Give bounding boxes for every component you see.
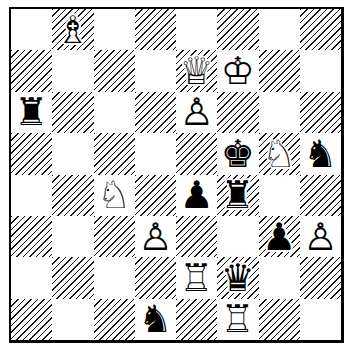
square-h7[interactable] [300, 50, 341, 91]
square-b4[interactable] [52, 175, 93, 216]
square-d3[interactable]: ♟♙ [135, 216, 176, 257]
square-f7[interactable]: ♚♔ [217, 50, 258, 91]
square-d8[interactable] [135, 9, 176, 50]
square-c1[interactable] [94, 299, 135, 340]
white-pawn-d3: ♟♙ [135, 216, 176, 257]
square-d1[interactable]: ♞♞ [135, 299, 176, 340]
piece-glyph: ♟ [176, 175, 217, 216]
piece-glyph: ♜ [11, 92, 52, 133]
white-knight-c4: ♞♘ [94, 175, 135, 216]
square-a8[interactable] [11, 9, 52, 50]
white-king-f7: ♚♔ [217, 50, 258, 91]
square-h5[interactable]: ♞♞ [300, 133, 341, 174]
square-f1[interactable]: ♜♖ [217, 299, 258, 340]
square-d5[interactable] [135, 133, 176, 174]
black-knight-d1: ♞♞ [135, 299, 176, 340]
square-b6[interactable] [52, 92, 93, 133]
black-rook-a6: ♜♜ [11, 92, 52, 133]
piece-glyph: ♛ [217, 257, 258, 298]
square-g6[interactable] [259, 92, 300, 133]
square-f4[interactable]: ♜♜ [217, 175, 258, 216]
white-pawn-e6: ♟♙ [176, 92, 217, 133]
square-f3[interactable] [217, 216, 258, 257]
square-c3[interactable] [94, 216, 135, 257]
piece-glyph: ♙ [176, 92, 217, 133]
black-rook-f4: ♜♜ [217, 175, 258, 216]
square-b5[interactable] [52, 133, 93, 174]
square-c6[interactable] [94, 92, 135, 133]
square-b3[interactable] [52, 216, 93, 257]
square-b1[interactable] [52, 299, 93, 340]
square-f8[interactable] [217, 9, 258, 50]
square-g2[interactable] [259, 257, 300, 298]
piece-glyph: ♖ [217, 299, 258, 340]
square-e4[interactable]: ♟♟ [176, 175, 217, 216]
square-h8[interactable] [300, 9, 341, 50]
white-pawn-h3: ♟♙ [300, 216, 341, 257]
black-pawn-g3: ♟♟ [259, 216, 300, 257]
piece-glyph: ♙ [135, 216, 176, 257]
square-a6[interactable]: ♜♜ [11, 92, 52, 133]
square-a2[interactable] [11, 257, 52, 298]
square-h4[interactable] [300, 175, 341, 216]
piece-glyph: ♞ [300, 133, 341, 174]
square-d7[interactable] [135, 50, 176, 91]
page: ♝♗♛♕♚♔♜♜♟♙♚♚♞♘♞♞♞♘♟♟♜♜♟♙♟♟♟♙♜♖♛♛♞♞♜♖ [0, 0, 350, 350]
square-c7[interactable] [94, 50, 135, 91]
square-a7[interactable] [11, 50, 52, 91]
square-a3[interactable] [11, 216, 52, 257]
square-e7[interactable]: ♛♕ [176, 50, 217, 91]
square-g7[interactable] [259, 50, 300, 91]
square-b8[interactable]: ♝♗ [52, 9, 93, 50]
black-pawn-e4: ♟♟ [176, 175, 217, 216]
white-knight-g5: ♞♘ [259, 133, 300, 174]
piece-glyph: ♗ [52, 9, 93, 50]
piece-glyph: ♕ [176, 50, 217, 91]
square-d4[interactable] [135, 175, 176, 216]
square-g3[interactable]: ♟♟ [259, 216, 300, 257]
piece-glyph: ♘ [259, 133, 300, 174]
piece-glyph: ♞ [135, 299, 176, 340]
piece-glyph: ♟ [259, 216, 300, 257]
square-f2[interactable]: ♛♛ [217, 257, 258, 298]
square-c4[interactable]: ♞♘ [94, 175, 135, 216]
piece-glyph: ♜ [217, 175, 258, 216]
square-f6[interactable] [217, 92, 258, 133]
chess-board: ♝♗♛♕♚♔♜♜♟♙♚♚♞♘♞♞♞♘♟♟♜♜♟♙♟♟♟♙♜♖♛♛♞♞♜♖ [9, 7, 344, 343]
square-e5[interactable] [176, 133, 217, 174]
square-a1[interactable] [11, 299, 52, 340]
piece-glyph: ♘ [94, 175, 135, 216]
square-g4[interactable] [259, 175, 300, 216]
square-g8[interactable] [259, 9, 300, 50]
white-queen-e7: ♛♕ [176, 50, 217, 91]
white-rook-f1: ♜♖ [217, 299, 258, 340]
square-e3[interactable] [176, 216, 217, 257]
white-bishop-b8: ♝♗ [52, 9, 93, 50]
square-g5[interactable]: ♞♘ [259, 133, 300, 174]
black-queen-f2: ♛♛ [217, 257, 258, 298]
square-c2[interactable] [94, 257, 135, 298]
black-king-f5: ♚♚ [217, 133, 258, 174]
square-c5[interactable] [94, 133, 135, 174]
white-rook-e2: ♜♖ [176, 257, 217, 298]
square-h2[interactable] [300, 257, 341, 298]
square-h6[interactable] [300, 92, 341, 133]
piece-glyph: ♖ [176, 257, 217, 298]
square-d2[interactable] [135, 257, 176, 298]
square-e8[interactable] [176, 9, 217, 50]
square-b7[interactable] [52, 50, 93, 91]
square-h1[interactable] [300, 299, 341, 340]
piece-glyph: ♚ [217, 133, 258, 174]
square-a5[interactable] [11, 133, 52, 174]
black-knight-h5: ♞♞ [300, 133, 341, 174]
square-a4[interactable] [11, 175, 52, 216]
piece-glyph: ♔ [217, 50, 258, 91]
square-e1[interactable] [176, 299, 217, 340]
square-f5[interactable]: ♚♚ [217, 133, 258, 174]
square-e6[interactable]: ♟♙ [176, 92, 217, 133]
square-c8[interactable] [94, 9, 135, 50]
square-d6[interactable] [135, 92, 176, 133]
square-g1[interactable] [259, 299, 300, 340]
square-h3[interactable]: ♟♙ [300, 216, 341, 257]
square-e2[interactable]: ♜♖ [176, 257, 217, 298]
piece-glyph: ♙ [300, 216, 341, 257]
square-b2[interactable] [52, 257, 93, 298]
